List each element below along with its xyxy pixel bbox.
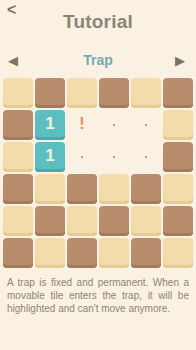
fixed-tile-light	[163, 238, 193, 268]
fixed-tile-light	[3, 206, 33, 236]
fixed-tile-brown	[163, 206, 193, 236]
fixed-tile-light	[163, 174, 193, 204]
tutorial-pager: ◀ Trap ▶	[0, 52, 196, 69]
fixed-tile-brown	[99, 78, 129, 108]
tutorial-screen: < Tutorial ◀ Trap ▶ 1!1 A trap is fixed …	[0, 0, 196, 350]
fixed-tile-light	[3, 78, 33, 108]
empty-cell-dot	[145, 124, 147, 126]
fixed-tile-brown	[99, 206, 129, 236]
fixed-tile-light	[67, 78, 97, 108]
description-line: highlighted and can't move anymore.	[7, 303, 189, 316]
fixed-tile-brown	[67, 174, 97, 204]
fixed-tile-brown	[3, 238, 33, 268]
description-line: A trap is fixed and permanent. When a	[7, 277, 189, 290]
fixed-tile-brown	[35, 206, 65, 236]
fixed-tile-light	[131, 206, 161, 236]
empty-cell-dot	[113, 124, 115, 126]
empty-cell-dot	[81, 156, 83, 158]
fixed-tile-light	[35, 174, 65, 204]
board-grid[interactable]: 1!1	[3, 78, 193, 268]
empty-cell	[131, 110, 161, 140]
trap-cell: !	[67, 110, 97, 140]
fixed-tile-brown	[131, 174, 161, 204]
fixed-tile-brown	[131, 238, 161, 268]
fixed-tile-light	[99, 238, 129, 268]
empty-cell-dot	[113, 156, 115, 158]
empty-cell-dot	[145, 156, 147, 158]
trap-description: A trap is fixed and permanent. When a mo…	[7, 277, 189, 316]
description-line: movable tile enters the trap, it will be	[7, 290, 189, 303]
fixed-tile-light	[163, 110, 193, 140]
fixed-tile-light	[3, 142, 33, 172]
fixed-tile-brown	[35, 78, 65, 108]
next-arrow-icon[interactable]: ▶	[175, 52, 185, 69]
fixed-tile-brown	[3, 174, 33, 204]
fixed-tile-light	[131, 78, 161, 108]
empty-cell	[131, 142, 161, 172]
fixed-tile-brown	[163, 78, 193, 108]
fixed-tile-brown	[163, 142, 193, 172]
fixed-tile-light	[67, 206, 97, 236]
fixed-tile-brown	[3, 110, 33, 140]
empty-cell	[99, 142, 129, 172]
empty-cell	[67, 142, 97, 172]
empty-cell	[99, 110, 129, 140]
fixed-tile-brown	[67, 238, 97, 268]
page-title: Tutorial	[0, 11, 196, 33]
fixed-tile-light	[99, 174, 129, 204]
movable-tile-1[interactable]: 1	[35, 110, 65, 140]
tutorial-topic-label: Trap	[0, 52, 196, 69]
fixed-tile-light	[35, 238, 65, 268]
movable-tile-1[interactable]: 1	[35, 142, 65, 172]
